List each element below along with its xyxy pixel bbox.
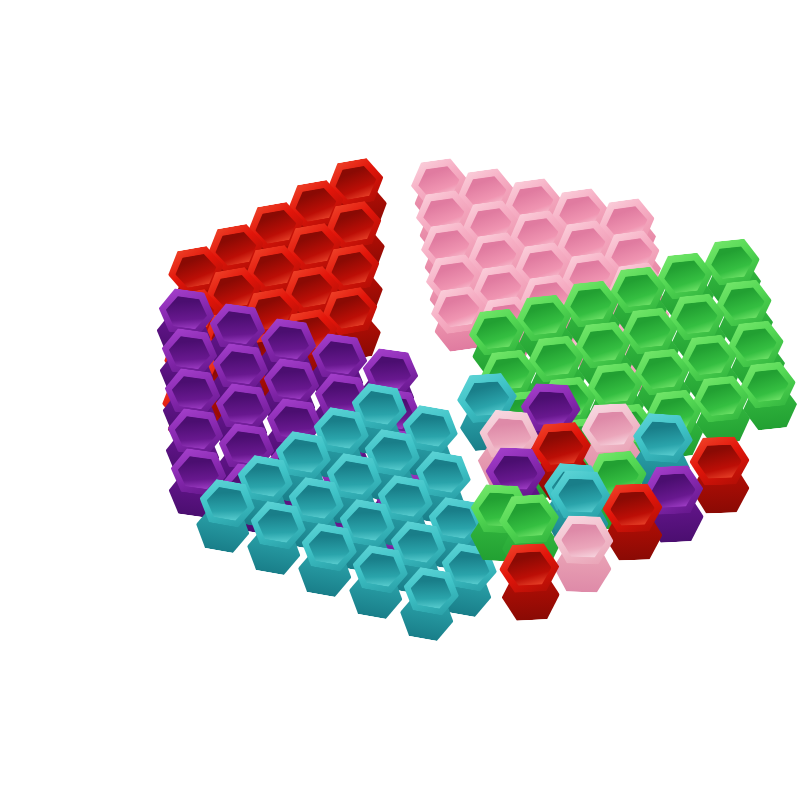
cup-hole bbox=[663, 259, 707, 294]
hex-cup-teal bbox=[395, 565, 462, 644]
cup-hole bbox=[221, 390, 266, 426]
cup-hole bbox=[164, 295, 209, 331]
cup-hole bbox=[640, 355, 684, 390]
loose-hex-cup-palepink bbox=[552, 515, 615, 593]
product-photo-stage bbox=[0, 0, 800, 800]
cup-hole bbox=[675, 300, 719, 335]
cup-hole bbox=[475, 315, 519, 350]
cup-hole bbox=[317, 340, 362, 376]
cup-hole bbox=[522, 301, 566, 336]
cup-hole bbox=[710, 245, 754, 280]
cup-hole bbox=[569, 287, 613, 322]
cup-hole bbox=[581, 328, 625, 363]
cup-hole bbox=[506, 502, 553, 538]
cup-hole bbox=[218, 350, 263, 386]
cup-hole bbox=[266, 325, 311, 361]
cup-hole bbox=[306, 529, 352, 566]
cup-hole bbox=[722, 286, 766, 321]
cup-hole bbox=[588, 411, 634, 446]
cup-hole bbox=[561, 523, 607, 558]
cup-hole bbox=[269, 365, 314, 401]
loose-hex-cup-red bbox=[498, 542, 562, 621]
cup-hole bbox=[699, 382, 743, 417]
cup-hole bbox=[506, 551, 552, 586]
cup-hole bbox=[593, 369, 637, 404]
cup-hole bbox=[173, 415, 218, 451]
cup-hole bbox=[687, 341, 731, 376]
cup-hole bbox=[167, 335, 212, 371]
cup-hole bbox=[170, 375, 215, 411]
cup-hole bbox=[215, 310, 260, 346]
cup-hole bbox=[408, 573, 454, 610]
cup-hole bbox=[534, 342, 578, 377]
cup-hole bbox=[558, 478, 604, 513]
cup-hole bbox=[697, 444, 743, 479]
cup-hole bbox=[357, 551, 403, 588]
cup-hole bbox=[204, 485, 250, 522]
cup-hole bbox=[616, 273, 660, 308]
cup-hole bbox=[610, 491, 656, 526]
cup-hole bbox=[746, 368, 790, 403]
cup-hole bbox=[734, 327, 778, 362]
cup-hole bbox=[640, 421, 687, 457]
cup-hole bbox=[628, 314, 672, 349]
cup-hole bbox=[255, 507, 301, 544]
